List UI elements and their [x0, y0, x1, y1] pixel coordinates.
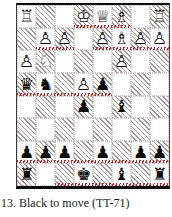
square-d3: [93, 50, 112, 73]
square-f1: [55, 5, 74, 28]
square-c4: [112, 73, 131, 96]
square-a6: [150, 118, 169, 141]
squiggle-underline: [17, 160, 169, 163]
squiggle-underline: [17, 93, 112, 96]
piece-outline: ♖: [150, 5, 169, 28]
piece-white-knight: ♞♘: [36, 50, 55, 73]
square-f3: [55, 50, 74, 73]
diagram-page: ♜♖♚♔♛♕♝♗♜♖♟♙♟♙♟♙♝♗♟♙♟♙♟♙♞♘♟♙♛♞♟♙♟♟♝♟♟♟♟♟…: [0, 0, 172, 217]
piece-outline: ♖: [17, 5, 36, 28]
square-d5: [93, 96, 112, 119]
squiggle-underline: [74, 25, 131, 28]
piece-fill: ♝: [112, 96, 131, 119]
square-b3: [131, 50, 150, 73]
square-h5: [17, 96, 36, 119]
piece-outline: ♙: [17, 50, 36, 73]
diagram-caption: 13. Black to move (TT-71): [1, 196, 130, 211]
square-c5: ♝: [112, 96, 131, 119]
square-h3: ♟♙: [17, 50, 36, 73]
piece-white-pawn: ♟♙: [17, 50, 36, 73]
square-e6: [74, 118, 93, 141]
square-b5: [131, 96, 150, 119]
piece-outline: ♘: [36, 50, 55, 73]
square-h8: ♜: [17, 163, 36, 186]
board-grid: ♜♖♚♔♛♕♝♗♜♖♟♙♟♙♟♙♝♗♟♙♟♙♟♙♞♘♟♙♛♞♟♙♟♟♝♟♟♟♟♟…: [17, 5, 169, 186]
square-e3: [74, 50, 93, 73]
piece-black-bishop: ♝: [112, 96, 131, 119]
square-a4: [150, 73, 169, 96]
squiggle-underline: [93, 47, 169, 50]
piece-black-pawn: ♟: [74, 96, 93, 119]
square-f5: [55, 96, 74, 119]
chess-board: ♜♖♚♔♛♕♝♗♜♖♟♙♟♙♟♙♝♗♟♙♟♙♟♙♞♘♟♙♛♞♟♙♟♟♝♟♟♟♟♟…: [16, 3, 170, 189]
square-e2: [74, 28, 93, 51]
piece-outline: ♙: [112, 50, 131, 73]
square-a3: [150, 50, 169, 73]
square-g3: ♞♘: [36, 50, 55, 73]
piece-black-rook: ♜: [17, 163, 36, 186]
square-g8: [36, 163, 55, 186]
square-d6: [93, 118, 112, 141]
square-g5: [36, 96, 55, 119]
piece-fill: ♜: [17, 163, 36, 186]
square-c3: ♟♙: [112, 50, 131, 73]
square-h1: ♜♖: [17, 5, 36, 28]
square-a5: [150, 96, 169, 119]
square-h6: [17, 118, 36, 141]
square-h2: [17, 28, 36, 51]
square-e5: ♟: [74, 96, 93, 119]
square-g1: [36, 5, 55, 28]
piece-white-rook: ♜♖: [150, 5, 169, 28]
square-f6: [55, 118, 74, 141]
piece-white-rook: ♜♖: [17, 5, 36, 28]
square-b1: [131, 5, 150, 28]
square-b4: [131, 73, 150, 96]
square-a1: ♜♖: [150, 5, 169, 28]
piece-fill: ♟: [74, 96, 93, 119]
square-b6: [131, 118, 150, 141]
squiggle-underline: [36, 47, 74, 50]
square-c6: [112, 118, 131, 141]
square-g6: [36, 118, 55, 141]
piece-white-pawn: ♟♙: [112, 50, 131, 73]
squiggle-underline: [55, 183, 169, 186]
